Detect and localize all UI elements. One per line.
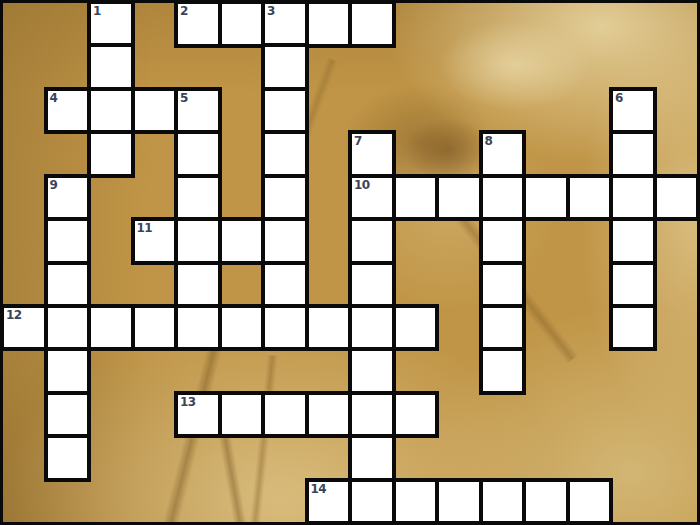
cell-r7c5[interactable] [218,304,266,352]
cell-r5c8[interactable] [348,217,396,265]
crossword-grid: 1234567891011121314 [0,0,700,525]
cell-r1c6[interactable] [261,43,309,91]
cell-r0c2[interactable]: 1 [87,0,135,48]
cell-r7c11[interactable] [479,304,527,352]
cell-r4c4[interactable] [174,174,222,222]
cell-r11c11[interactable] [479,478,527,525]
cell-r4c15[interactable] [653,174,700,222]
cell-r7c6[interactable] [261,304,309,352]
cell-number: 7 [354,134,362,148]
cell-r11c9[interactable] [392,478,440,525]
cell-r5c6[interactable] [261,217,309,265]
cell-r10c1[interactable] [44,434,92,482]
cell-r7c0[interactable]: 12 [0,304,48,352]
cell-r9c4[interactable]: 13 [174,391,222,439]
cell-number: 1 [93,4,101,18]
cell-number: 10 [354,178,370,192]
cell-r11c13[interactable] [566,478,614,525]
cell-r8c11[interactable] [479,347,527,395]
cell-number: 3 [267,4,275,18]
cell-r2c6[interactable] [261,87,309,135]
cell-r7c2[interactable] [87,304,135,352]
cell-r5c1[interactable] [44,217,92,265]
cell-r5c4[interactable] [174,217,222,265]
cell-number: 2 [180,4,188,18]
cell-r4c11[interactable] [479,174,527,222]
cell-number: 4 [50,91,58,105]
cell-r7c3[interactable] [131,304,179,352]
cell-r0c5[interactable] [218,0,266,48]
cell-r9c9[interactable] [392,391,440,439]
cell-r5c14[interactable] [609,217,657,265]
cell-r2c14[interactable]: 6 [609,87,657,135]
cell-r11c10[interactable] [435,478,483,525]
cell-number: 6 [615,91,623,105]
cell-r4c1[interactable]: 9 [44,174,92,222]
cell-r7c1[interactable] [44,304,92,352]
cell-r11c7[interactable]: 14 [305,478,353,525]
cell-r7c4[interactable] [174,304,222,352]
cell-r4c13[interactable] [566,174,614,222]
cell-r6c11[interactable] [479,261,527,309]
cell-r10c8[interactable] [348,434,396,482]
cell-r9c6[interactable] [261,391,309,439]
cell-r6c6[interactable] [261,261,309,309]
cell-r2c1[interactable]: 4 [44,87,92,135]
cell-r3c6[interactable] [261,130,309,178]
cell-r2c2[interactable] [87,87,135,135]
cell-r4c14[interactable] [609,174,657,222]
cell-r7c14[interactable] [609,304,657,352]
cell-r11c8[interactable] [348,478,396,525]
cell-r4c10[interactable] [435,174,483,222]
cell-r5c3[interactable]: 11 [131,217,179,265]
cell-r6c8[interactable] [348,261,396,309]
cell-r4c6[interactable] [261,174,309,222]
cell-r6c1[interactable] [44,261,92,309]
cell-r5c5[interactable] [218,217,266,265]
cell-r7c9[interactable] [392,304,440,352]
cell-r9c5[interactable] [218,391,266,439]
cell-number: 9 [50,178,58,192]
cell-r0c7[interactable] [305,0,353,48]
cell-r3c14[interactable] [609,130,657,178]
cell-r4c8[interactable]: 10 [348,174,396,222]
cell-r3c4[interactable] [174,130,222,178]
cell-number: 14 [311,482,327,496]
cell-number: 12 [6,308,22,322]
cell-r3c8[interactable]: 7 [348,130,396,178]
cell-number: 11 [137,221,153,235]
cell-r6c14[interactable] [609,261,657,309]
cell-r8c8[interactable] [348,347,396,395]
cell-r3c11[interactable]: 8 [479,130,527,178]
cell-r4c12[interactable] [522,174,570,222]
cell-r2c3[interactable] [131,87,179,135]
cell-r7c8[interactable] [348,304,396,352]
cell-number: 13 [180,395,196,409]
cell-r7c7[interactable] [305,304,353,352]
cell-r1c2[interactable] [87,43,135,91]
cell-r11c12[interactable] [522,478,570,525]
cell-r9c1[interactable] [44,391,92,439]
cell-r5c11[interactable] [479,217,527,265]
cell-r0c4[interactable]: 2 [174,0,222,48]
cell-r8c1[interactable] [44,347,92,395]
cell-r3c2[interactable] [87,130,135,178]
cell-r0c6[interactable]: 3 [261,0,309,48]
crossword-puzzle: 1234567891011121314 [0,0,700,525]
cell-r6c4[interactable] [174,261,222,309]
cell-number: 5 [180,91,188,105]
cell-r0c8[interactable] [348,0,396,48]
cell-r9c7[interactable] [305,391,353,439]
cell-r4c9[interactable] [392,174,440,222]
cell-r2c4[interactable]: 5 [174,87,222,135]
cell-number: 8 [485,134,493,148]
cell-r9c8[interactable] [348,391,396,439]
